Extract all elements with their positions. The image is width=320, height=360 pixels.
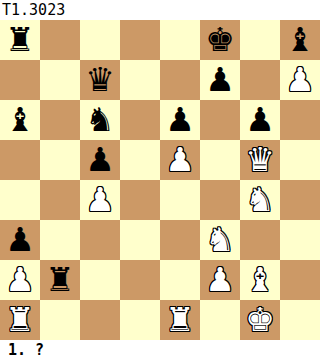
- square-e6[interactable]: ♟: [160, 100, 200, 140]
- white-pawn-c4: ♟: [80, 180, 120, 220]
- square-d5[interactable]: [120, 140, 160, 180]
- square-a6[interactable]: ♝: [0, 100, 40, 140]
- square-d8[interactable]: [120, 20, 160, 60]
- square-h2[interactable]: [280, 260, 320, 300]
- square-h3[interactable]: [280, 220, 320, 260]
- black-queen-c7: ♛: [80, 60, 120, 100]
- square-g3[interactable]: [240, 220, 280, 260]
- black-bishop-h8: ♝: [280, 20, 320, 60]
- black-rook-b2: ♜: [40, 260, 80, 300]
- white-bishop-g2: ♝: [240, 260, 280, 300]
- black-king-f8: ♚: [200, 20, 240, 60]
- square-h6[interactable]: [280, 100, 320, 140]
- square-c8[interactable]: [80, 20, 120, 60]
- black-bishop-a6: ♝: [0, 100, 40, 140]
- square-g8[interactable]: [240, 20, 280, 60]
- white-king-g1: ♚: [240, 300, 280, 340]
- square-f4[interactable]: [200, 180, 240, 220]
- square-a2[interactable]: ♟: [0, 260, 40, 300]
- square-a4[interactable]: [0, 180, 40, 220]
- square-e3[interactable]: [160, 220, 200, 260]
- square-h1[interactable]: [280, 300, 320, 340]
- square-b3[interactable]: [40, 220, 80, 260]
- square-a7[interactable]: [0, 60, 40, 100]
- square-b5[interactable]: [40, 140, 80, 180]
- square-a5[interactable]: [0, 140, 40, 180]
- square-h7[interactable]: ♟: [280, 60, 320, 100]
- square-e4[interactable]: [160, 180, 200, 220]
- black-pawn-c5: ♟: [80, 140, 120, 180]
- square-b6[interactable]: [40, 100, 80, 140]
- white-knight-f3: ♞: [200, 220, 240, 260]
- square-d7[interactable]: [120, 60, 160, 100]
- puzzle-id: T1.3023: [2, 1, 65, 19]
- black-pawn-f7: ♟: [200, 60, 240, 100]
- white-rook-e1: ♜: [160, 300, 200, 340]
- square-g6[interactable]: ♟: [240, 100, 280, 140]
- square-c5[interactable]: ♟: [80, 140, 120, 180]
- white-pawn-h7: ♟: [280, 60, 320, 100]
- square-f5[interactable]: [200, 140, 240, 180]
- white-rook-a1: ♜: [0, 300, 40, 340]
- chess-board: ♜♚♝♛♟♟♝♞♟♟♟♟♛♟♞♟♞♟♜♟♝♜♜♚: [0, 20, 320, 340]
- square-h5[interactable]: [280, 140, 320, 180]
- square-a8[interactable]: ♜: [0, 20, 40, 60]
- square-c3[interactable]: [80, 220, 120, 260]
- square-e1[interactable]: ♜: [160, 300, 200, 340]
- square-g4[interactable]: ♞: [240, 180, 280, 220]
- square-f7[interactable]: ♟: [200, 60, 240, 100]
- white-queen-g5: ♛: [240, 140, 280, 180]
- square-c7[interactable]: ♛: [80, 60, 120, 100]
- square-e8[interactable]: [160, 20, 200, 60]
- title-bar: T1.3023: [0, 0, 320, 20]
- square-e2[interactable]: [160, 260, 200, 300]
- square-h4[interactable]: [280, 180, 320, 220]
- square-f6[interactable]: [200, 100, 240, 140]
- square-d6[interactable]: [120, 100, 160, 140]
- square-c2[interactable]: [80, 260, 120, 300]
- square-d3[interactable]: [120, 220, 160, 260]
- black-pawn-e6: ♟: [160, 100, 200, 140]
- square-g1[interactable]: ♚: [240, 300, 280, 340]
- square-h8[interactable]: ♝: [280, 20, 320, 60]
- black-pawn-g6: ♟: [240, 100, 280, 140]
- square-b4[interactable]: [40, 180, 80, 220]
- square-g5[interactable]: ♛: [240, 140, 280, 180]
- square-f8[interactable]: ♚: [200, 20, 240, 60]
- square-d1[interactable]: [120, 300, 160, 340]
- square-e5[interactable]: ♟: [160, 140, 200, 180]
- square-f1[interactable]: [200, 300, 240, 340]
- square-c6[interactable]: ♞: [80, 100, 120, 140]
- white-pawn-a2: ♟: [0, 260, 40, 300]
- white-pawn-f2: ♟: [200, 260, 240, 300]
- square-c4[interactable]: ♟: [80, 180, 120, 220]
- square-b8[interactable]: [40, 20, 80, 60]
- square-d2[interactable]: [120, 260, 160, 300]
- square-g7[interactable]: [240, 60, 280, 100]
- square-d4[interactable]: [120, 180, 160, 220]
- status-bar: 1. ?: [0, 340, 320, 360]
- square-e7[interactable]: [160, 60, 200, 100]
- square-g2[interactable]: ♝: [240, 260, 280, 300]
- black-rook-a8: ♜: [0, 20, 40, 60]
- white-pawn-e5: ♟: [160, 140, 200, 180]
- black-knight-c6: ♞: [80, 100, 120, 140]
- square-b1[interactable]: [40, 300, 80, 340]
- white-knight-g4: ♞: [240, 180, 280, 220]
- square-f3[interactable]: ♞: [200, 220, 240, 260]
- square-b2[interactable]: ♜: [40, 260, 80, 300]
- square-a1[interactable]: ♜: [0, 300, 40, 340]
- black-pawn-a3: ♟: [0, 220, 40, 260]
- square-b7[interactable]: [40, 60, 80, 100]
- square-a3[interactable]: ♟: [0, 220, 40, 260]
- square-c1[interactable]: [80, 300, 120, 340]
- move-prompt: 1. ?: [8, 341, 44, 359]
- square-f2[interactable]: ♟: [200, 260, 240, 300]
